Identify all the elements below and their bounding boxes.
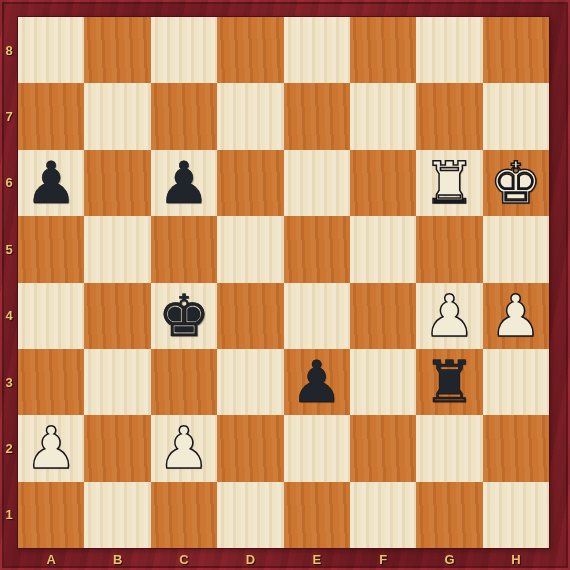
piece-white-rook-g6[interactable]: ♜ bbox=[416, 150, 482, 216]
square-a3[interactable] bbox=[18, 349, 84, 415]
file-label-d: D bbox=[217, 548, 283, 570]
square-a1[interactable] bbox=[18, 482, 84, 548]
rank-label-7: 7 bbox=[0, 83, 18, 149]
square-h3[interactable] bbox=[483, 349, 549, 415]
square-e8[interactable] bbox=[284, 17, 350, 83]
square-a5[interactable] bbox=[18, 216, 84, 282]
piece-white-pawn-a2[interactable]: ♟ bbox=[18, 415, 84, 481]
square-d3[interactable] bbox=[217, 349, 283, 415]
square-h1[interactable] bbox=[483, 482, 549, 548]
square-g1[interactable] bbox=[416, 482, 482, 548]
square-e6[interactable] bbox=[284, 150, 350, 216]
square-f5[interactable] bbox=[350, 216, 416, 282]
square-b1[interactable] bbox=[84, 482, 150, 548]
square-c1[interactable] bbox=[151, 482, 217, 548]
file-label-f: F bbox=[350, 548, 416, 570]
piece-white-pawn-c2[interactable]: ♟ bbox=[151, 415, 217, 481]
rank-label-2: 2 bbox=[0, 415, 18, 481]
file-label-g: G bbox=[416, 548, 482, 570]
square-c5[interactable] bbox=[151, 216, 217, 282]
square-e5[interactable] bbox=[284, 216, 350, 282]
piece-white-king-h6[interactable]: ♚ bbox=[483, 150, 549, 216]
square-c2[interactable]: ♟ bbox=[151, 415, 217, 481]
square-g7[interactable] bbox=[416, 83, 482, 149]
square-g5[interactable] bbox=[416, 216, 482, 282]
square-h6[interactable]: ♚ bbox=[483, 150, 549, 216]
square-c7[interactable] bbox=[151, 83, 217, 149]
piece-black-pawn-e3[interactable]: ♟ bbox=[284, 349, 350, 415]
square-g8[interactable] bbox=[416, 17, 482, 83]
rank-label-1: 1 bbox=[0, 482, 18, 548]
square-b4[interactable] bbox=[84, 283, 150, 349]
square-b3[interactable] bbox=[84, 349, 150, 415]
square-d5[interactable] bbox=[217, 216, 283, 282]
square-a2[interactable]: ♟ bbox=[18, 415, 84, 481]
rank-label-4: 4 bbox=[0, 283, 18, 349]
square-g6[interactable]: ♜ bbox=[416, 150, 482, 216]
square-c6[interactable]: ♟ bbox=[151, 150, 217, 216]
square-b5[interactable] bbox=[84, 216, 150, 282]
square-d6[interactable] bbox=[217, 150, 283, 216]
square-e4[interactable] bbox=[284, 283, 350, 349]
square-h5[interactable] bbox=[483, 216, 549, 282]
square-f3[interactable] bbox=[350, 349, 416, 415]
file-label-h: H bbox=[483, 548, 549, 570]
piece-white-pawn-h4[interactable]: ♟ bbox=[483, 283, 549, 349]
rank-label-8: 8 bbox=[0, 17, 18, 83]
square-c8[interactable] bbox=[151, 17, 217, 83]
square-a6[interactable]: ♟ bbox=[18, 150, 84, 216]
square-f7[interactable] bbox=[350, 83, 416, 149]
square-d2[interactable] bbox=[217, 415, 283, 481]
square-f8[interactable] bbox=[350, 17, 416, 83]
square-d8[interactable] bbox=[217, 17, 283, 83]
square-b8[interactable] bbox=[84, 17, 150, 83]
square-g4[interactable]: ♟ bbox=[416, 283, 482, 349]
chess-board: ♟♟♜♚♚♟♟♟♜♟♟ bbox=[18, 17, 549, 548]
square-b2[interactable] bbox=[84, 415, 150, 481]
square-a4[interactable] bbox=[18, 283, 84, 349]
square-b6[interactable] bbox=[84, 150, 150, 216]
rank-label-6: 6 bbox=[0, 150, 18, 216]
square-c4[interactable]: ♚ bbox=[151, 283, 217, 349]
square-d4[interactable] bbox=[217, 283, 283, 349]
square-b7[interactable] bbox=[84, 83, 150, 149]
square-f4[interactable] bbox=[350, 283, 416, 349]
square-d7[interactable] bbox=[217, 83, 283, 149]
rank-label-3: 3 bbox=[0, 349, 18, 415]
square-g2[interactable] bbox=[416, 415, 482, 481]
square-h7[interactable] bbox=[483, 83, 549, 149]
square-a8[interactable] bbox=[18, 17, 84, 83]
square-e2[interactable] bbox=[284, 415, 350, 481]
square-e7[interactable] bbox=[284, 83, 350, 149]
square-f1[interactable] bbox=[350, 482, 416, 548]
file-label-b: B bbox=[84, 548, 150, 570]
square-e1[interactable] bbox=[284, 482, 350, 548]
square-h8[interactable] bbox=[483, 17, 549, 83]
square-g3[interactable]: ♜ bbox=[416, 349, 482, 415]
square-e3[interactable]: ♟ bbox=[284, 349, 350, 415]
file-label-a: A bbox=[18, 548, 84, 570]
square-h2[interactable] bbox=[483, 415, 549, 481]
chess-board-frame: ♟♟♜♚♚♟♟♟♜♟♟ 87654321ABCDEFGH bbox=[0, 0, 570, 570]
piece-black-rook-g3[interactable]: ♜ bbox=[416, 349, 482, 415]
square-h4[interactable]: ♟ bbox=[483, 283, 549, 349]
file-label-c: C bbox=[151, 548, 217, 570]
piece-black-pawn-c6[interactable]: ♟ bbox=[151, 150, 217, 216]
rank-label-5: 5 bbox=[0, 216, 18, 282]
square-c3[interactable] bbox=[151, 349, 217, 415]
piece-black-pawn-a6[interactable]: ♟ bbox=[18, 150, 84, 216]
square-a7[interactable] bbox=[18, 83, 84, 149]
square-f6[interactable] bbox=[350, 150, 416, 216]
file-label-e: E bbox=[284, 548, 350, 570]
square-f2[interactable] bbox=[350, 415, 416, 481]
square-d1[interactable] bbox=[217, 482, 283, 548]
piece-black-king-c4[interactable]: ♚ bbox=[151, 283, 217, 349]
piece-white-pawn-g4[interactable]: ♟ bbox=[416, 283, 482, 349]
